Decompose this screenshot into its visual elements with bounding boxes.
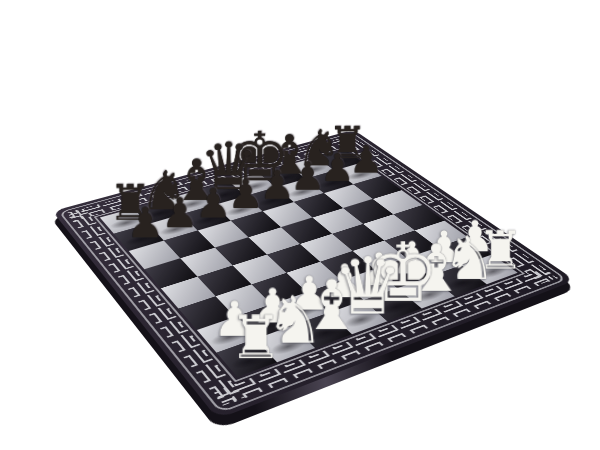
chess-board: ♜♞♝♛♚♝♞♜♟♟♟♟♟♟♟♟♟♟♟♟♟♟♟♟♜♞♝♛♚♝♞♜: [52, 130, 575, 419]
piece-shadow: [385, 266, 424, 284]
chess-set-photo: ♜♞♝♛♚♝♞♜♟♟♟♟♟♟♟♟♟♟♟♟♟♟♟♟♜♞♝♛♚♝♞♜: [0, 0, 600, 450]
square-c2: ♟: [272, 292, 329, 325]
piece-shadow: [318, 289, 358, 308]
